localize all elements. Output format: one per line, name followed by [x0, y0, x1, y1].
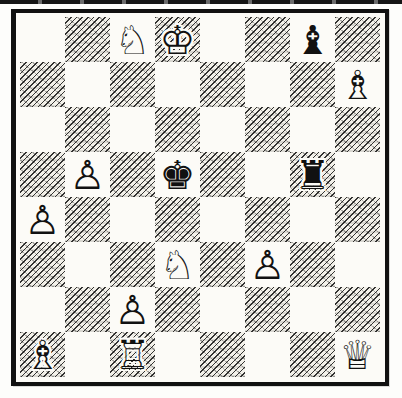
square-d5[interactable]: ♚ [155, 152, 200, 197]
square-a8[interactable] [20, 17, 65, 62]
square-f6[interactable] [245, 107, 290, 152]
white-queen[interactable]: ♕ [335, 332, 380, 377]
square-g7[interactable] [290, 62, 335, 107]
square-g4[interactable] [290, 197, 335, 242]
square-h2[interactable] [335, 287, 380, 332]
square-b3[interactable] [65, 242, 110, 287]
square-c1[interactable]: ♖ [110, 332, 155, 377]
square-a3[interactable] [20, 242, 65, 287]
square-f2[interactable] [245, 287, 290, 332]
square-h7[interactable]: ♗ [335, 62, 380, 107]
square-g5[interactable]: ♜ [290, 152, 335, 197]
square-g6[interactable] [290, 107, 335, 152]
white-rook[interactable]: ♖ [110, 332, 155, 377]
square-e3[interactable] [200, 242, 245, 287]
white-knight[interactable]: ♘ [110, 17, 155, 62]
square-d1[interactable] [155, 332, 200, 377]
square-d4[interactable] [155, 197, 200, 242]
square-d3[interactable]: ♘ [155, 242, 200, 287]
white-pawn[interactable]: ♙ [20, 197, 65, 242]
board-frame: ♘♔♝♗♙♚♜♙♘♙♙♗♖♕ [12, 9, 389, 386]
square-h8[interactable] [335, 17, 380, 62]
square-e4[interactable] [200, 197, 245, 242]
square-f5[interactable] [245, 152, 290, 197]
chess-diagram-page: ♘♔♝♗♙♚♜♙♘♙♙♗♖♕ [0, 0, 402, 398]
square-h6[interactable] [335, 107, 380, 152]
chess-board: ♘♔♝♗♙♚♜♙♘♙♙♗♖♕ [20, 17, 380, 377]
square-b8[interactable] [65, 17, 110, 62]
square-c3[interactable] [110, 242, 155, 287]
square-d8[interactable]: ♔ [155, 17, 200, 62]
square-a2[interactable] [20, 287, 65, 332]
square-b2[interactable] [65, 287, 110, 332]
square-a4[interactable]: ♙ [20, 197, 65, 242]
white-pawn[interactable]: ♙ [65, 152, 110, 197]
square-f4[interactable] [245, 197, 290, 242]
square-c5[interactable] [110, 152, 155, 197]
square-e1[interactable] [200, 332, 245, 377]
square-d6[interactable] [155, 107, 200, 152]
square-g8[interactable]: ♝ [290, 17, 335, 62]
square-b1[interactable] [65, 332, 110, 377]
square-f3[interactable]: ♙ [245, 242, 290, 287]
black-bishop[interactable]: ♝ [290, 17, 335, 62]
square-b4[interactable] [65, 197, 110, 242]
square-d7[interactable] [155, 62, 200, 107]
square-f8[interactable] [245, 17, 290, 62]
white-king[interactable]: ♔ [155, 17, 200, 62]
square-c8[interactable]: ♘ [110, 17, 155, 62]
white-knight[interactable]: ♘ [155, 242, 200, 287]
square-e5[interactable] [200, 152, 245, 197]
square-e8[interactable] [200, 17, 245, 62]
scan-artifact-top-rule [0, 0, 402, 4]
square-g3[interactable] [290, 242, 335, 287]
white-bishop[interactable]: ♗ [335, 62, 380, 107]
square-f7[interactable] [245, 62, 290, 107]
square-a1[interactable]: ♗ [20, 332, 65, 377]
white-pawn[interactable]: ♙ [245, 242, 290, 287]
square-h4[interactable] [335, 197, 380, 242]
square-e6[interactable] [200, 107, 245, 152]
square-h1[interactable]: ♕ [335, 332, 380, 377]
square-d2[interactable] [155, 287, 200, 332]
square-b5[interactable]: ♙ [65, 152, 110, 197]
black-king[interactable]: ♚ [155, 152, 200, 197]
square-e2[interactable] [200, 287, 245, 332]
square-b6[interactable] [65, 107, 110, 152]
square-g2[interactable] [290, 287, 335, 332]
white-bishop[interactable]: ♗ [20, 332, 65, 377]
square-c4[interactable] [110, 197, 155, 242]
square-h3[interactable] [335, 242, 380, 287]
square-c7[interactable] [110, 62, 155, 107]
square-c6[interactable] [110, 107, 155, 152]
square-e7[interactable] [200, 62, 245, 107]
square-c2[interactable]: ♙ [110, 287, 155, 332]
square-a7[interactable] [20, 62, 65, 107]
white-pawn[interactable]: ♙ [110, 287, 155, 332]
black-rook[interactable]: ♜ [290, 152, 335, 197]
square-a6[interactable] [20, 107, 65, 152]
square-b7[interactable] [65, 62, 110, 107]
square-g1[interactable] [290, 332, 335, 377]
square-a5[interactable] [20, 152, 65, 197]
square-f1[interactable] [245, 332, 290, 377]
square-h5[interactable] [335, 152, 380, 197]
